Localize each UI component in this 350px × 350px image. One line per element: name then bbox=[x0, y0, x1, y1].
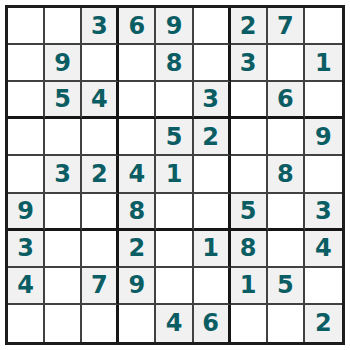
cell-r6c4: 8 bbox=[119, 194, 156, 231]
cell-r5c7[interactable] bbox=[231, 156, 268, 193]
cell-r5c4: 4 bbox=[119, 156, 156, 193]
cell-r8c8: 5 bbox=[268, 268, 305, 305]
cell-r1c5: 9 bbox=[156, 8, 193, 45]
sudoku-board: 36927983154365293241898533218447915462 bbox=[5, 5, 345, 345]
cell-r1c9[interactable] bbox=[305, 8, 342, 45]
cell-r4c4[interactable] bbox=[119, 119, 156, 156]
cell-r8c4: 9 bbox=[119, 268, 156, 305]
cell-r6c1: 9 bbox=[8, 194, 45, 231]
cell-r7c4: 2 bbox=[119, 231, 156, 268]
cell-r7c1: 3 bbox=[8, 231, 45, 268]
cell-r9c6: 6 bbox=[194, 305, 231, 342]
cell-r1c8: 7 bbox=[268, 8, 305, 45]
cell-r3c1[interactable] bbox=[8, 82, 45, 119]
cell-r1c1[interactable] bbox=[8, 8, 45, 45]
cell-r6c2[interactable] bbox=[45, 194, 82, 231]
cell-r2c9: 1 bbox=[305, 45, 342, 82]
cell-r6c9: 3 bbox=[305, 194, 342, 231]
cell-r3c9[interactable] bbox=[305, 82, 342, 119]
cell-r3c5[interactable] bbox=[156, 82, 193, 119]
cell-r7c2[interactable] bbox=[45, 231, 82, 268]
cell-r2c8[interactable] bbox=[268, 45, 305, 82]
cell-r4c6: 2 bbox=[194, 119, 231, 156]
cell-r7c9: 4 bbox=[305, 231, 342, 268]
cell-r8c7: 1 bbox=[231, 268, 268, 305]
cell-r3c3: 4 bbox=[82, 82, 119, 119]
cell-r1c7: 2 bbox=[231, 8, 268, 45]
cell-r9c7[interactable] bbox=[231, 305, 268, 342]
cell-r6c7: 5 bbox=[231, 194, 268, 231]
cell-r3c7[interactable] bbox=[231, 82, 268, 119]
cell-r3c8: 6 bbox=[268, 82, 305, 119]
cell-r8c5[interactable] bbox=[156, 268, 193, 305]
cell-r5c3: 2 bbox=[82, 156, 119, 193]
cell-r8c6[interactable] bbox=[194, 268, 231, 305]
cell-r2c7: 3 bbox=[231, 45, 268, 82]
cell-r4c9: 9 bbox=[305, 119, 342, 156]
cell-r1c2[interactable] bbox=[45, 8, 82, 45]
cell-r2c4[interactable] bbox=[119, 45, 156, 82]
cell-r4c8[interactable] bbox=[268, 119, 305, 156]
cell-r4c2[interactable] bbox=[45, 119, 82, 156]
cell-r1c3: 3 bbox=[82, 8, 119, 45]
cell-r8c2[interactable] bbox=[45, 268, 82, 305]
cell-r6c8[interactable] bbox=[268, 194, 305, 231]
cell-r3c2: 5 bbox=[45, 82, 82, 119]
cell-r6c6[interactable] bbox=[194, 194, 231, 231]
cell-r5c1[interactable] bbox=[8, 156, 45, 193]
cell-r5c5: 1 bbox=[156, 156, 193, 193]
cell-r8c3: 7 bbox=[82, 268, 119, 305]
cell-r7c6: 1 bbox=[194, 231, 231, 268]
cell-r2c6[interactable] bbox=[194, 45, 231, 82]
cell-r4c1[interactable] bbox=[8, 119, 45, 156]
cell-r3c4[interactable] bbox=[119, 82, 156, 119]
cell-r2c3[interactable] bbox=[82, 45, 119, 82]
cell-r1c4: 6 bbox=[119, 8, 156, 45]
cell-r9c3[interactable] bbox=[82, 305, 119, 342]
cell-r8c9[interactable] bbox=[305, 268, 342, 305]
cell-r7c7: 8 bbox=[231, 231, 268, 268]
cell-r9c4[interactable] bbox=[119, 305, 156, 342]
cell-r9c2[interactable] bbox=[45, 305, 82, 342]
cell-r5c2: 3 bbox=[45, 156, 82, 193]
cell-r7c5[interactable] bbox=[156, 231, 193, 268]
cell-r7c8[interactable] bbox=[268, 231, 305, 268]
cell-r7c3[interactable] bbox=[82, 231, 119, 268]
cell-r9c8[interactable] bbox=[268, 305, 305, 342]
cell-r6c5[interactable] bbox=[156, 194, 193, 231]
cell-r2c5: 8 bbox=[156, 45, 193, 82]
cell-r4c3[interactable] bbox=[82, 119, 119, 156]
cell-r1c6[interactable] bbox=[194, 8, 231, 45]
cell-r6c3[interactable] bbox=[82, 194, 119, 231]
cell-r5c8: 8 bbox=[268, 156, 305, 193]
cell-r4c5: 5 bbox=[156, 119, 193, 156]
cell-r9c1[interactable] bbox=[8, 305, 45, 342]
cell-r2c1[interactable] bbox=[8, 45, 45, 82]
cell-r2c2: 9 bbox=[45, 45, 82, 82]
cell-r4c7[interactable] bbox=[231, 119, 268, 156]
cell-r8c1: 4 bbox=[8, 268, 45, 305]
cell-r9c5: 4 bbox=[156, 305, 193, 342]
cell-r5c9[interactable] bbox=[305, 156, 342, 193]
cell-r5c6[interactable] bbox=[194, 156, 231, 193]
cell-r9c9: 2 bbox=[305, 305, 342, 342]
cell-r3c6: 3 bbox=[194, 82, 231, 119]
page: 36927983154365293241898533218447915462 bbox=[0, 0, 350, 350]
